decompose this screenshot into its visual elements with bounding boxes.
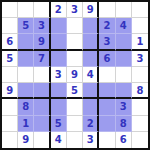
sudoku-cell-r1c5[interactable]: 3: [67, 2, 83, 18]
given-digit: 8: [120, 118, 127, 129]
sudoku-cell-r1c3[interactable]: [34, 2, 50, 18]
sudoku-board: 2395324693157633949588315289436: [0, 0, 150, 150]
sudoku-cell-r8c8[interactable]: 8: [116, 116, 132, 132]
sudoku-cell-r8c3[interactable]: [34, 116, 50, 132]
sudoku-cell-r3c1[interactable]: 6: [2, 34, 18, 50]
sudoku-cell-r7c2[interactable]: 8: [18, 99, 34, 115]
sudoku-cell-r1c2[interactable]: [18, 2, 34, 18]
sudoku-cell-r4c9[interactable]: 3: [132, 51, 148, 67]
sudoku-cell-r5c1[interactable]: [2, 67, 18, 83]
given-digit: 9: [38, 36, 45, 47]
sudoku-cell-r3c6[interactable]: [83, 34, 99, 50]
sudoku-cell-r1c9[interactable]: [132, 2, 148, 18]
sudoku-cell-r5c9[interactable]: [132, 67, 148, 83]
given-digit: 7: [38, 53, 45, 64]
given-digit: 2: [103, 20, 110, 31]
sudoku-cell-r7c4[interactable]: [51, 99, 67, 115]
sudoku-cell-r2c1[interactable]: [2, 18, 18, 34]
given-digit: 3: [103, 36, 110, 47]
given-digit: 9: [87, 4, 94, 15]
given-digit: 1: [136, 36, 143, 47]
sudoku-cell-r6c8[interactable]: [116, 83, 132, 99]
given-digit: 5: [6, 53, 13, 64]
sudoku-cell-r3c8[interactable]: [116, 34, 132, 50]
sudoku-cell-r7c9[interactable]: [132, 99, 148, 115]
given-digit: 3: [71, 4, 78, 15]
given-digit: 3: [136, 53, 143, 64]
sudoku-cell-r1c6[interactable]: 9: [83, 2, 99, 18]
sudoku-cell-r9c9[interactable]: [132, 132, 148, 148]
given-digit: 9: [22, 134, 29, 145]
sudoku-cell-r6c1[interactable]: 9: [2, 83, 18, 99]
sudoku-cell-r2c5[interactable]: [67, 18, 83, 34]
sudoku-cell-r5c7[interactable]: [99, 67, 115, 83]
sudoku-cell-r9c4[interactable]: 4: [51, 132, 67, 148]
sudoku-cell-r6c6[interactable]: [83, 83, 99, 99]
sudoku-cell-r9c2[interactable]: 9: [18, 132, 34, 148]
sudoku-cell-r6c3[interactable]: [34, 83, 50, 99]
sudoku-cell-r4c6[interactable]: [83, 51, 99, 67]
sudoku-cell-r3c7[interactable]: 3: [99, 34, 115, 50]
sudoku-cell-r8c9[interactable]: [132, 116, 148, 132]
sudoku-cell-r4c7[interactable]: 6: [99, 51, 115, 67]
given-digit: 9: [71, 69, 78, 80]
sudoku-cell-r1c4[interactable]: 2: [51, 2, 67, 18]
sudoku-cell-r1c1[interactable]: [2, 2, 18, 18]
sudoku-cell-r9c8[interactable]: 6: [116, 132, 132, 148]
sudoku-cell-r7c7[interactable]: [99, 99, 115, 115]
sudoku-cell-r8c1[interactable]: [2, 116, 18, 132]
given-digit: 3: [120, 101, 127, 112]
given-digit: 5: [22, 20, 29, 31]
sudoku-cell-r7c6[interactable]: [83, 99, 99, 115]
sudoku-cell-r8c5[interactable]: [67, 116, 83, 132]
given-digit: 4: [120, 20, 127, 31]
sudoku-cell-r2c3[interactable]: 3: [34, 18, 50, 34]
sudoku-cell-r4c1[interactable]: 5: [2, 51, 18, 67]
sudoku-cell-r2c7[interactable]: 2: [99, 18, 115, 34]
given-digit: 3: [87, 134, 94, 145]
given-digit: 3: [38, 20, 45, 31]
sudoku-cell-r5c5[interactable]: 9: [67, 67, 83, 83]
given-digit: 6: [120, 134, 127, 145]
sudoku-cell-r7c5[interactable]: [67, 99, 83, 115]
given-digit: 6: [6, 36, 13, 47]
sudoku-cell-r3c5[interactable]: [67, 34, 83, 50]
sudoku-cell-r3c4[interactable]: [51, 34, 67, 50]
given-digit: 9: [6, 85, 13, 96]
sudoku-cell-r7c8[interactable]: 3: [116, 99, 132, 115]
given-digit: 4: [55, 134, 62, 145]
sudoku-cell-r5c4[interactable]: 3: [51, 67, 67, 83]
sudoku-cell-r9c6[interactable]: 3: [83, 132, 99, 148]
sudoku-cell-r4c3[interactable]: 7: [34, 51, 50, 67]
sudoku-cell-r1c7[interactable]: [99, 2, 115, 18]
given-digit: 1: [22, 118, 29, 129]
sudoku-cell-r8c4[interactable]: 5: [51, 116, 67, 132]
sudoku-cell-r4c5[interactable]: [67, 51, 83, 67]
sudoku-cell-r9c5[interactable]: [67, 132, 83, 148]
sudoku-cell-r4c2[interactable]: [18, 51, 34, 67]
sudoku-cell-r1c8[interactable]: [116, 2, 132, 18]
given-digit: 4: [87, 69, 94, 80]
sudoku-cell-r7c3[interactable]: [34, 99, 50, 115]
sudoku-cell-r3c2[interactable]: [18, 34, 34, 50]
sudoku-cell-r3c3[interactable]: 9: [34, 34, 50, 50]
sudoku-cell-r5c6[interactable]: 4: [83, 67, 99, 83]
sudoku-cell-r2c2[interactable]: 5: [18, 18, 34, 34]
sudoku-cell-r5c8[interactable]: [116, 67, 132, 83]
given-digit: 8: [22, 101, 29, 112]
given-digit: 8: [136, 85, 143, 96]
given-digit: 6: [103, 53, 110, 64]
given-digit: 2: [55, 4, 62, 15]
sudoku-cell-r9c7[interactable]: [99, 132, 115, 148]
sudoku-cell-r3c9[interactable]: 1: [132, 34, 148, 50]
sudoku-cell-r7c1[interactable]: [2, 99, 18, 115]
sudoku-cell-r4c4[interactable]: [51, 51, 67, 67]
sudoku-cell-r5c3[interactable]: [34, 67, 50, 83]
sudoku-cell-r6c2[interactable]: [18, 83, 34, 99]
given-digit: 3: [55, 69, 62, 80]
given-digit: 5: [71, 85, 78, 96]
sudoku-cell-r6c5[interactable]: 5: [67, 83, 83, 99]
sudoku-cell-r2c8[interactable]: 4: [116, 18, 132, 34]
sudoku-cell-r2c4[interactable]: [51, 18, 67, 34]
sudoku-cell-r5c2[interactable]: [18, 67, 34, 83]
given-digit: 2: [87, 118, 94, 129]
sudoku-cell-r2c6[interactable]: [83, 18, 99, 34]
sudoku-cell-r6c7[interactable]: [99, 83, 115, 99]
sudoku-cell-r6c9[interactable]: 8: [132, 83, 148, 99]
sudoku-cell-r8c6[interactable]: 2: [83, 116, 99, 132]
sudoku-cell-r8c2[interactable]: 1: [18, 116, 34, 132]
sudoku-cell-r8c7[interactable]: [99, 116, 115, 132]
given-digit: 5: [55, 118, 62, 129]
sudoku-cell-r4c8[interactable]: [116, 51, 132, 67]
sudoku-cell-r6c4[interactable]: [51, 83, 67, 99]
sudoku-cell-r2c9[interactable]: [132, 18, 148, 34]
sudoku-cell-r9c3[interactable]: [34, 132, 50, 148]
sudoku-cell-r9c1[interactable]: [2, 132, 18, 148]
